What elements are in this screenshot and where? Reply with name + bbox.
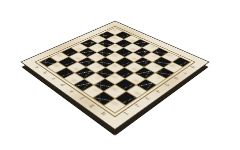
file-label-h: h bbox=[94, 107, 113, 120]
square-e3 bbox=[96, 68, 114, 79]
square-h5 bbox=[146, 73, 165, 84]
square-e4 bbox=[106, 62, 124, 72]
rank-label-3: 3 bbox=[139, 93, 157, 104]
square-h8 bbox=[172, 57, 190, 66]
square-g2 bbox=[105, 85, 125, 97]
square-h3 bbox=[127, 85, 147, 97]
square-c2 bbox=[67, 62, 85, 72]
square-g6 bbox=[145, 62, 163, 72]
square-g1 bbox=[94, 92, 115, 105]
product-image-canvas: abcdefgh 87654321 bbox=[0, 0, 240, 150]
board-3d-scene: abcdefgh 87654321 bbox=[0, 0, 240, 150]
rank-label-6: 6 bbox=[168, 74, 185, 84]
square-f4 bbox=[116, 68, 134, 79]
square-f3 bbox=[106, 73, 125, 84]
board-grid bbox=[39, 28, 192, 114]
file-label-f: f bbox=[73, 93, 90, 104]
square-f5 bbox=[125, 62, 143, 72]
square-d3 bbox=[87, 62, 105, 72]
square-h6 bbox=[156, 68, 174, 79]
rank-label-1: 1 bbox=[117, 107, 136, 120]
square-h7 bbox=[164, 62, 182, 72]
file-label-a: a bbox=[30, 63, 45, 72]
square-b1 bbox=[48, 62, 66, 72]
square-h2 bbox=[116, 92, 137, 105]
board-border-frame: abcdefgh 87654321 bbox=[22, 21, 209, 129]
rank-label-4: 4 bbox=[149, 86, 167, 97]
file-label-c: c bbox=[46, 74, 62, 84]
rank-label-2: 2 bbox=[128, 100, 147, 112]
rank-label-7: 7 bbox=[176, 68, 193, 77]
square-f1 bbox=[83, 85, 103, 97]
square-e1 bbox=[74, 79, 93, 91]
file-label-e: e bbox=[64, 86, 81, 97]
square-d1 bbox=[65, 73, 84, 84]
rank-coordinate-labels: 87654321 bbox=[117, 63, 200, 120]
square-f2 bbox=[95, 79, 114, 91]
square-e2 bbox=[85, 73, 104, 84]
square-g3 bbox=[116, 79, 135, 91]
rank-label-8: 8 bbox=[185, 63, 201, 72]
square-h4 bbox=[137, 79, 156, 91]
chess-board: abcdefgh 87654321 bbox=[22, 21, 209, 129]
file-label-d: d bbox=[55, 80, 71, 90]
square-h1 bbox=[104, 99, 125, 113]
square-g5 bbox=[136, 68, 154, 79]
square-c1 bbox=[56, 68, 74, 79]
file-coordinate-labels: abcdefgh bbox=[30, 63, 113, 120]
square-d2 bbox=[76, 68, 94, 79]
file-label-b: b bbox=[38, 68, 53, 77]
square-g4 bbox=[126, 73, 145, 84]
file-label-g: g bbox=[83, 100, 101, 112]
rank-label-5: 5 bbox=[159, 80, 176, 90]
